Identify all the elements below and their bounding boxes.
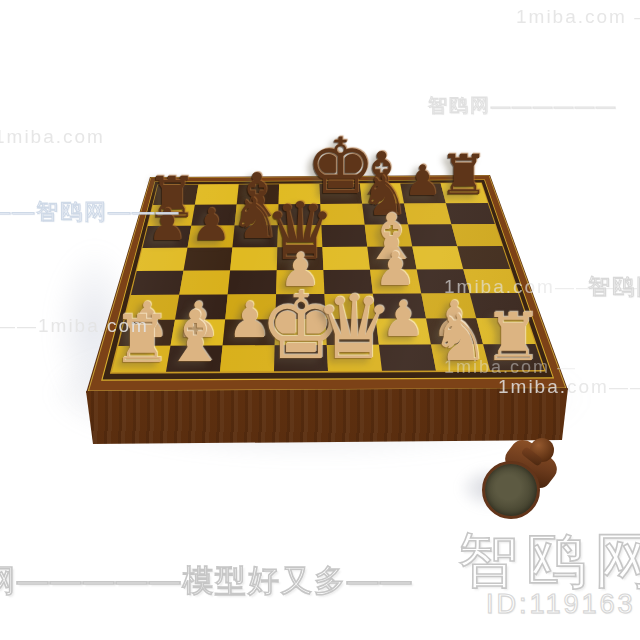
fallen-pawn-felt-base <box>482 461 540 519</box>
watermark-4: ——1miba.com <box>0 315 149 337</box>
watermark-3: ———智鸥网——— <box>0 197 180 227</box>
watermark-0: 1miba.com ———— <box>516 6 640 28</box>
product-photo-scene: ♚♝♟♜♜♝♞♟♟♞♛♝♟♟♟♟♟♟♟♜♝♚♛♞♜ 1miba.com ————… <box>0 0 640 640</box>
watermark-id-label: ID:119163 <box>486 589 636 620</box>
watermark-8: 1miba.com———— <box>498 376 640 398</box>
watermark-7: 1miba.com — <box>444 357 577 378</box>
watermark-9: 网—————模型好又多—— <box>0 560 413 602</box>
watermark-6: 智鸥网 <box>588 272 640 302</box>
piece-white-queen-e1: ♛ <box>266 284 443 372</box>
watermark-1: 智鸥网—————— <box>428 93 617 119</box>
watermark-2: 1miba.com <box>0 126 105 148</box>
